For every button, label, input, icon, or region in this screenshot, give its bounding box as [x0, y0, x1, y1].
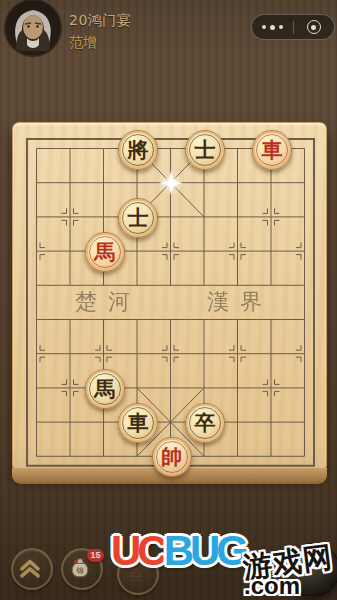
double-chevron-up-icon — [13, 550, 47, 584]
piece-black-pawn[interactable]: 卒 — [185, 403, 225, 443]
close-minimize-button[interactable] — [294, 15, 335, 39]
river-label-left: 楚河 — [75, 287, 141, 317]
piece-red-chariot[interactable]: 車 — [252, 130, 292, 170]
miniprogram-capsule — [251, 14, 335, 40]
dark-sphere-button[interactable] — [286, 543, 337, 597]
opponent-name: 范增 — [69, 34, 97, 52]
river-label-right: 漢界 — [207, 287, 273, 317]
avatar[interactable] — [6, 1, 60, 55]
more-icon — [270, 25, 275, 30]
piece-red-general[interactable]: 帥 — [152, 437, 192, 477]
hint-bag-button[interactable]: 锦 15 — [61, 548, 103, 590]
svg-text:锦: 锦 — [75, 566, 83, 575]
level-title: 20鸿门宴 — [69, 12, 131, 30]
hint-count-badge: 15 — [87, 549, 104, 562]
game-screen: 20鸿门宴 范增 楚河 漢界 將士車士馬馬車卒帥 锦 15 — [0, 0, 337, 600]
bottom-button-3[interactable] — [117, 553, 159, 595]
more-button[interactable] — [252, 15, 293, 39]
xiangqi-board[interactable]: 楚河 漢界 將士車士馬馬車卒帥 — [12, 122, 327, 472]
more-icon — [262, 25, 266, 29]
sparkle-highlight-icon — [158, 170, 184, 196]
pagoda-icon — [119, 555, 153, 589]
piece-black-horse[interactable]: 馬 — [85, 369, 125, 409]
expand-button[interactable] — [11, 548, 53, 590]
piece-black-general[interactable]: 將 — [118, 130, 158, 170]
piece-black-advisor[interactable]: 士 — [118, 198, 158, 238]
piece-red-horse[interactable]: 馬 — [85, 232, 125, 272]
target-circle-icon — [307, 20, 321, 34]
old-man-portrait-icon — [6, 1, 60, 55]
piece-black-advisor[interactable]: 士 — [185, 130, 225, 170]
piece-black-chariot[interactable]: 車 — [118, 403, 158, 443]
more-icon — [279, 25, 283, 29]
